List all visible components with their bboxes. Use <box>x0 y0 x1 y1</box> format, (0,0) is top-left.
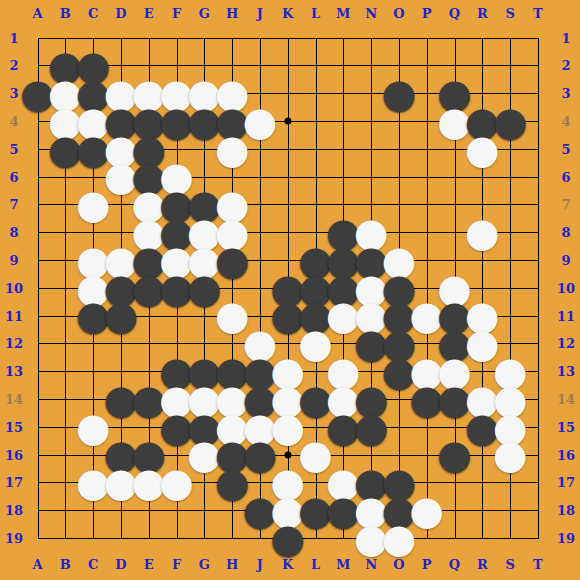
intersection-J9[interactable] <box>246 246 274 274</box>
intersection-T3[interactable] <box>524 79 552 107</box>
intersection-N15[interactable]: ● <box>357 413 385 441</box>
intersection-A1[interactable] <box>24 24 52 52</box>
intersection-T19[interactable] <box>524 524 552 552</box>
intersection-H18[interactable] <box>218 496 246 524</box>
intersection-K5[interactable] <box>274 135 302 163</box>
intersection-L14[interactable]: ● <box>302 385 330 413</box>
intersection-H10[interactable] <box>218 274 246 302</box>
intersection-K14[interactable]: ● <box>274 385 302 413</box>
intersection-G8[interactable]: ● <box>190 218 218 246</box>
intersection-J5[interactable] <box>246 135 274 163</box>
intersection-J15[interactable]: ● <box>246 413 274 441</box>
intersection-J14[interactable]: ● <box>246 385 274 413</box>
intersection-Q7[interactable] <box>441 190 469 218</box>
intersection-H19[interactable] <box>218 524 246 552</box>
intersection-C17[interactable]: ● <box>79 468 107 496</box>
intersection-M16[interactable] <box>329 441 357 469</box>
intersection-B8[interactable] <box>51 218 79 246</box>
intersection-G2[interactable] <box>190 51 218 79</box>
intersection-J11[interactable] <box>246 302 274 330</box>
intersection-H4[interactable]: ● <box>218 107 246 135</box>
intersection-O8[interactable] <box>385 218 413 246</box>
intersection-R3[interactable] <box>468 79 496 107</box>
intersection-G4[interactable]: ● <box>190 107 218 135</box>
intersection-A11[interactable] <box>24 302 52 330</box>
intersection-F19[interactable] <box>163 524 191 552</box>
intersection-G15[interactable]: ● <box>190 413 218 441</box>
intersection-Q4[interactable]: ● <box>441 107 469 135</box>
intersection-F1[interactable] <box>163 24 191 52</box>
intersection-D19[interactable] <box>107 524 135 552</box>
intersection-B10[interactable] <box>51 274 79 302</box>
intersection-J17[interactable] <box>246 468 274 496</box>
intersection-L13[interactable] <box>302 357 330 385</box>
intersection-T7[interactable] <box>524 190 552 218</box>
intersection-F13[interactable]: ● <box>163 357 191 385</box>
intersection-D16[interactable]: ● <box>107 441 135 469</box>
intersection-D11[interactable]: ● <box>107 302 135 330</box>
intersection-G13[interactable]: ● <box>190 357 218 385</box>
intersection-L11[interactable]: ● <box>302 302 330 330</box>
intersection-B1[interactable] <box>51 24 79 52</box>
intersection-D13[interactable] <box>107 357 135 385</box>
intersection-P17[interactable] <box>413 468 441 496</box>
intersection-C14[interactable] <box>79 385 107 413</box>
intersection-N2[interactable] <box>357 51 385 79</box>
intersection-C2[interactable]: ● <box>79 51 107 79</box>
intersection-P4[interactable] <box>413 107 441 135</box>
intersection-D1[interactable] <box>107 24 135 52</box>
intersection-H15[interactable]: ● <box>218 413 246 441</box>
intersection-Q11[interactable]: ● <box>441 302 469 330</box>
intersection-S13[interactable]: ● <box>496 357 524 385</box>
intersection-P1[interactable] <box>413 24 441 52</box>
intersection-G1[interactable] <box>190 24 218 52</box>
intersection-K13[interactable]: ● <box>274 357 302 385</box>
intersection-H3[interactable]: ● <box>218 79 246 107</box>
intersection-R13[interactable] <box>468 357 496 385</box>
intersection-R2[interactable] <box>468 51 496 79</box>
intersection-H11[interactable]: ● <box>218 302 246 330</box>
intersection-D4[interactable]: ● <box>107 107 135 135</box>
intersection-H1[interactable] <box>218 24 246 52</box>
intersection-E1[interactable] <box>135 24 163 52</box>
intersection-B19[interactable] <box>51 524 79 552</box>
intersection-F2[interactable] <box>163 51 191 79</box>
intersection-L9[interactable]: ● <box>302 246 330 274</box>
intersection-C5[interactable]: ● <box>79 135 107 163</box>
intersection-H7[interactable]: ● <box>218 190 246 218</box>
intersection-S15[interactable]: ● <box>496 413 524 441</box>
intersection-S19[interactable] <box>496 524 524 552</box>
intersection-P15[interactable] <box>413 413 441 441</box>
intersection-T5[interactable] <box>524 135 552 163</box>
intersection-R7[interactable] <box>468 190 496 218</box>
intersection-L15[interactable] <box>302 413 330 441</box>
intersection-O4[interactable] <box>385 107 413 135</box>
intersection-P16[interactable] <box>413 441 441 469</box>
intersection-O15[interactable] <box>385 413 413 441</box>
intersection-L10[interactable]: ● <box>302 274 330 302</box>
intersection-M9[interactable]: ● <box>329 246 357 274</box>
intersection-D3[interactable]: ● <box>107 79 135 107</box>
intersection-A9[interactable] <box>24 246 52 274</box>
intersection-G11[interactable] <box>190 302 218 330</box>
intersection-K8[interactable] <box>274 218 302 246</box>
intersection-C4[interactable]: ● <box>79 107 107 135</box>
intersection-N19[interactable]: ● <box>357 524 385 552</box>
intersection-J7[interactable] <box>246 190 274 218</box>
intersection-B4[interactable]: ● <box>51 107 79 135</box>
intersection-G18[interactable] <box>190 496 218 524</box>
intersection-S1[interactable] <box>496 24 524 52</box>
intersection-P6[interactable] <box>413 163 441 191</box>
intersection-E13[interactable] <box>135 357 163 385</box>
intersection-E15[interactable] <box>135 413 163 441</box>
intersection-R8[interactable]: ● <box>468 218 496 246</box>
intersection-L3[interactable] <box>302 79 330 107</box>
intersection-P18[interactable]: ● <box>413 496 441 524</box>
intersection-T14[interactable] <box>524 385 552 413</box>
intersection-D10[interactable]: ● <box>107 274 135 302</box>
intersection-H2[interactable] <box>218 51 246 79</box>
intersection-O16[interactable] <box>385 441 413 469</box>
intersection-E8[interactable]: ● <box>135 218 163 246</box>
intersection-O9[interactable]: ● <box>385 246 413 274</box>
intersection-H8[interactable]: ● <box>218 218 246 246</box>
intersection-D17[interactable]: ● <box>107 468 135 496</box>
intersection-L16[interactable]: ● <box>302 441 330 469</box>
intersection-B14[interactable] <box>51 385 79 413</box>
intersection-K19[interactable]: ● <box>274 524 302 552</box>
intersection-O17[interactable]: ● <box>385 468 413 496</box>
intersection-S6[interactable] <box>496 163 524 191</box>
intersection-G3[interactable]: ● <box>190 79 218 107</box>
intersection-L18[interactable]: ● <box>302 496 330 524</box>
intersection-A4[interactable] <box>24 107 52 135</box>
intersection-P19[interactable] <box>413 524 441 552</box>
intersection-M11[interactable]: ● <box>329 302 357 330</box>
intersection-S8[interactable] <box>496 218 524 246</box>
intersection-P8[interactable] <box>413 218 441 246</box>
intersection-Q19[interactable] <box>441 524 469 552</box>
intersection-J3[interactable] <box>246 79 274 107</box>
intersection-C9[interactable]: ● <box>79 246 107 274</box>
intersection-E7[interactable]: ● <box>135 190 163 218</box>
intersection-L4[interactable] <box>302 107 330 135</box>
intersection-M6[interactable] <box>329 163 357 191</box>
intersection-S12[interactable] <box>496 329 524 357</box>
intersection-C13[interactable] <box>79 357 107 385</box>
intersection-K9[interactable] <box>274 246 302 274</box>
intersection-S10[interactable] <box>496 274 524 302</box>
intersection-N13[interactable] <box>357 357 385 385</box>
intersection-N18[interactable]: ● <box>357 496 385 524</box>
intersection-T1[interactable] <box>524 24 552 52</box>
intersection-P3[interactable] <box>413 79 441 107</box>
intersection-E19[interactable] <box>135 524 163 552</box>
intersection-Q17[interactable] <box>441 468 469 496</box>
intersection-G10[interactable]: ● <box>190 274 218 302</box>
intersection-R12[interactable]: ● <box>468 329 496 357</box>
intersection-E18[interactable] <box>135 496 163 524</box>
intersection-Q9[interactable] <box>441 246 469 274</box>
intersection-T2[interactable] <box>524 51 552 79</box>
intersection-P14[interactable]: ● <box>413 385 441 413</box>
intersection-Q18[interactable] <box>441 496 469 524</box>
intersection-D2[interactable] <box>107 51 135 79</box>
intersection-C18[interactable] <box>79 496 107 524</box>
intersection-A17[interactable] <box>24 468 52 496</box>
intersection-K16[interactable] <box>274 441 302 469</box>
intersection-N17[interactable]: ● <box>357 468 385 496</box>
intersection-F6[interactable]: ● <box>163 163 191 191</box>
intersection-N16[interactable] <box>357 441 385 469</box>
intersection-D7[interactable] <box>107 190 135 218</box>
intersection-E4[interactable]: ● <box>135 107 163 135</box>
intersection-A2[interactable] <box>24 51 52 79</box>
intersection-G16[interactable]: ● <box>190 441 218 469</box>
intersection-M19[interactable] <box>329 524 357 552</box>
intersection-D8[interactable] <box>107 218 135 246</box>
intersection-L8[interactable] <box>302 218 330 246</box>
intersection-F4[interactable]: ● <box>163 107 191 135</box>
intersection-D14[interactable]: ● <box>107 385 135 413</box>
intersection-M1[interactable] <box>329 24 357 52</box>
intersection-M8[interactable]: ● <box>329 218 357 246</box>
intersection-J18[interactable]: ● <box>246 496 274 524</box>
intersection-N7[interactable] <box>357 190 385 218</box>
intersection-L2[interactable] <box>302 51 330 79</box>
intersection-F17[interactable]: ● <box>163 468 191 496</box>
intersection-R9[interactable] <box>468 246 496 274</box>
intersection-R11[interactable]: ● <box>468 302 496 330</box>
intersection-K18[interactable]: ● <box>274 496 302 524</box>
intersection-D6[interactable]: ● <box>107 163 135 191</box>
intersection-J8[interactable] <box>246 218 274 246</box>
intersection-D5[interactable]: ● <box>107 135 135 163</box>
intersection-E12[interactable] <box>135 329 163 357</box>
intersection-D18[interactable] <box>107 496 135 524</box>
intersection-N3[interactable] <box>357 79 385 107</box>
intersection-N1[interactable] <box>357 24 385 52</box>
intersection-C6[interactable] <box>79 163 107 191</box>
intersection-R6[interactable] <box>468 163 496 191</box>
intersection-H14[interactable]: ● <box>218 385 246 413</box>
intersection-O14[interactable] <box>385 385 413 413</box>
intersection-C19[interactable] <box>79 524 107 552</box>
intersection-G5[interactable] <box>190 135 218 163</box>
intersection-G6[interactable] <box>190 163 218 191</box>
intersection-M2[interactable] <box>329 51 357 79</box>
intersection-D12[interactable] <box>107 329 135 357</box>
intersection-B12[interactable] <box>51 329 79 357</box>
intersection-R18[interactable] <box>468 496 496 524</box>
intersection-T4[interactable] <box>524 107 552 135</box>
intersection-B15[interactable] <box>51 413 79 441</box>
intersection-F8[interactable]: ● <box>163 218 191 246</box>
intersection-B3[interactable]: ● <box>51 79 79 107</box>
intersection-C10[interactable]: ● <box>79 274 107 302</box>
intersection-A10[interactable] <box>24 274 52 302</box>
intersection-O3[interactable]: ● <box>385 79 413 107</box>
intersection-G12[interactable] <box>190 329 218 357</box>
intersection-J6[interactable] <box>246 163 274 191</box>
intersection-N11[interactable]: ● <box>357 302 385 330</box>
intersection-T6[interactable] <box>524 163 552 191</box>
intersection-F11[interactable] <box>163 302 191 330</box>
intersection-F15[interactable]: ● <box>163 413 191 441</box>
intersection-T11[interactable] <box>524 302 552 330</box>
intersection-R15[interactable]: ● <box>468 413 496 441</box>
intersection-E9[interactable]: ● <box>135 246 163 274</box>
intersection-O7[interactable] <box>385 190 413 218</box>
intersection-O13[interactable]: ● <box>385 357 413 385</box>
intersection-O11[interactable]: ● <box>385 302 413 330</box>
intersection-L6[interactable] <box>302 163 330 191</box>
intersection-R17[interactable] <box>468 468 496 496</box>
intersection-E14[interactable]: ● <box>135 385 163 413</box>
intersection-O19[interactable]: ● <box>385 524 413 552</box>
intersection-J2[interactable] <box>246 51 274 79</box>
intersection-H13[interactable]: ● <box>218 357 246 385</box>
intersection-S2[interactable] <box>496 51 524 79</box>
intersection-F12[interactable] <box>163 329 191 357</box>
intersection-J12[interactable]: ● <box>246 329 274 357</box>
intersection-T13[interactable] <box>524 357 552 385</box>
intersection-L12[interactable]: ● <box>302 329 330 357</box>
intersection-H12[interactable] <box>218 329 246 357</box>
intersection-C11[interactable]: ● <box>79 302 107 330</box>
intersection-F9[interactable]: ● <box>163 246 191 274</box>
intersection-N10[interactable]: ● <box>357 274 385 302</box>
intersection-G14[interactable]: ● <box>190 385 218 413</box>
intersection-O5[interactable] <box>385 135 413 163</box>
intersection-N12[interactable]: ● <box>357 329 385 357</box>
intersection-O1[interactable] <box>385 24 413 52</box>
intersection-O6[interactable] <box>385 163 413 191</box>
intersection-F16[interactable] <box>163 441 191 469</box>
intersection-J16[interactable]: ● <box>246 441 274 469</box>
intersection-E16[interactable]: ● <box>135 441 163 469</box>
intersection-M3[interactable] <box>329 79 357 107</box>
intersection-N9[interactable]: ● <box>357 246 385 274</box>
intersection-E11[interactable] <box>135 302 163 330</box>
intersection-T17[interactable] <box>524 468 552 496</box>
intersection-F10[interactable]: ● <box>163 274 191 302</box>
intersection-C16[interactable] <box>79 441 107 469</box>
intersection-B2[interactable]: ● <box>51 51 79 79</box>
intersection-B9[interactable] <box>51 246 79 274</box>
intersection-S11[interactable] <box>496 302 524 330</box>
intersection-G9[interactable]: ● <box>190 246 218 274</box>
intersection-T15[interactable] <box>524 413 552 441</box>
intersection-T10[interactable] <box>524 274 552 302</box>
intersection-R19[interactable] <box>468 524 496 552</box>
intersection-B13[interactable] <box>51 357 79 385</box>
intersection-P5[interactable] <box>413 135 441 163</box>
intersection-C1[interactable] <box>79 24 107 52</box>
intersection-Q3[interactable]: ● <box>441 79 469 107</box>
intersection-E17[interactable]: ● <box>135 468 163 496</box>
intersection-O2[interactable] <box>385 51 413 79</box>
intersection-P7[interactable] <box>413 190 441 218</box>
intersection-K2[interactable] <box>274 51 302 79</box>
intersection-P11[interactable]: ● <box>413 302 441 330</box>
intersection-M10[interactable]: ● <box>329 274 357 302</box>
intersection-T12[interactable] <box>524 329 552 357</box>
intersection-R5[interactable]: ● <box>468 135 496 163</box>
intersection-M17[interactable]: ● <box>329 468 357 496</box>
intersection-A15[interactable] <box>24 413 52 441</box>
intersection-S17[interactable] <box>496 468 524 496</box>
intersection-M4[interactable] <box>329 107 357 135</box>
intersection-A3[interactable]: ● <box>24 79 52 107</box>
intersection-C15[interactable]: ● <box>79 413 107 441</box>
intersection-M7[interactable] <box>329 190 357 218</box>
intersection-Q14[interactable]: ● <box>441 385 469 413</box>
intersection-B7[interactable] <box>51 190 79 218</box>
intersection-P2[interactable] <box>413 51 441 79</box>
intersection-N5[interactable] <box>357 135 385 163</box>
intersection-D15[interactable] <box>107 413 135 441</box>
intersection-M14[interactable]: ● <box>329 385 357 413</box>
intersection-A13[interactable] <box>24 357 52 385</box>
intersection-P13[interactable]: ● <box>413 357 441 385</box>
intersection-A7[interactable] <box>24 190 52 218</box>
intersection-B5[interactable]: ● <box>51 135 79 163</box>
intersection-Q16[interactable]: ● <box>441 441 469 469</box>
intersection-A19[interactable] <box>24 524 52 552</box>
intersection-R16[interactable] <box>468 441 496 469</box>
intersection-Q13[interactable]: ● <box>441 357 469 385</box>
intersection-A8[interactable] <box>24 218 52 246</box>
intersection-B17[interactable] <box>51 468 79 496</box>
intersection-C7[interactable]: ● <box>79 190 107 218</box>
intersection-N14[interactable]: ● <box>357 385 385 413</box>
intersection-M18[interactable]: ● <box>329 496 357 524</box>
intersection-H6[interactable] <box>218 163 246 191</box>
intersection-T16[interactable] <box>524 441 552 469</box>
intersection-H17[interactable]: ● <box>218 468 246 496</box>
intersection-S18[interactable] <box>496 496 524 524</box>
intersection-K1[interactable] <box>274 24 302 52</box>
intersection-J10[interactable] <box>246 274 274 302</box>
intersection-S5[interactable] <box>496 135 524 163</box>
intersection-K17[interactable]: ● <box>274 468 302 496</box>
intersection-Q12[interactable]: ● <box>441 329 469 357</box>
intersection-E2[interactable] <box>135 51 163 79</box>
intersection-K11[interactable]: ● <box>274 302 302 330</box>
intersection-E5[interactable]: ● <box>135 135 163 163</box>
intersection-G19[interactable] <box>190 524 218 552</box>
intersection-P10[interactable] <box>413 274 441 302</box>
intersection-R4[interactable]: ● <box>468 107 496 135</box>
intersection-F14[interactable]: ● <box>163 385 191 413</box>
intersection-A18[interactable] <box>24 496 52 524</box>
intersection-B6[interactable] <box>51 163 79 191</box>
intersection-R1[interactable] <box>468 24 496 52</box>
intersection-Q15[interactable] <box>441 413 469 441</box>
intersection-L5[interactable] <box>302 135 330 163</box>
intersection-N4[interactable] <box>357 107 385 135</box>
intersection-G17[interactable] <box>190 468 218 496</box>
intersection-C3[interactable]: ● <box>79 79 107 107</box>
intersection-K12[interactable] <box>274 329 302 357</box>
intersection-Q5[interactable] <box>441 135 469 163</box>
intersection-A14[interactable] <box>24 385 52 413</box>
intersection-B18[interactable] <box>51 496 79 524</box>
